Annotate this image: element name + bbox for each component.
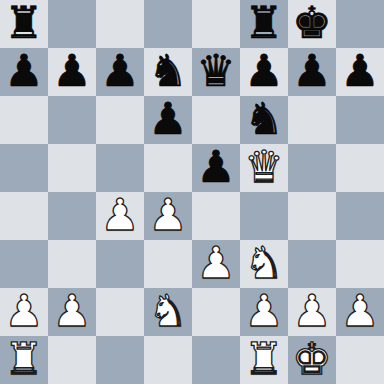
square-h3[interactable] (336, 240, 384, 288)
square-d4[interactable]: ♟ (144, 192, 192, 240)
square-d8[interactable] (144, 0, 192, 48)
black-knight-piece[interactable]: ♞ (148, 48, 187, 95)
square-f3[interactable]: ♞ (240, 240, 288, 288)
square-e8[interactable] (192, 0, 240, 48)
square-b6[interactable] (48, 96, 96, 144)
black-pawn-piece[interactable]: ♟ (4, 48, 43, 95)
square-b1[interactable] (48, 336, 96, 384)
square-f6[interactable]: ♞ (240, 96, 288, 144)
square-d7[interactable]: ♞ (144, 48, 192, 96)
square-h1[interactable] (336, 336, 384, 384)
square-f8[interactable]: ♜ (240, 0, 288, 48)
square-h5[interactable] (336, 144, 384, 192)
square-a3[interactable] (0, 240, 48, 288)
square-e5[interactable]: ♟ (192, 144, 240, 192)
white-pawn-piece[interactable]: ♟ (148, 192, 187, 239)
square-g6[interactable] (288, 96, 336, 144)
square-a5[interactable] (0, 144, 48, 192)
white-pawn-piece[interactable]: ♟ (196, 240, 235, 287)
chess-board: ♜♜♚♟♟♟♞♛♟♟♟♟♞♟♛♟♟♟♞♟♟♞♟♟♟♜♜♚ (0, 0, 384, 384)
square-f1[interactable]: ♜ (240, 336, 288, 384)
square-c4[interactable]: ♟ (96, 192, 144, 240)
square-g3[interactable] (288, 240, 336, 288)
white-rook-piece[interactable]: ♜ (4, 336, 43, 383)
square-a2[interactable]: ♟ (0, 288, 48, 336)
black-pawn-piece[interactable]: ♟ (340, 48, 379, 95)
square-e6[interactable] (192, 96, 240, 144)
square-d6[interactable]: ♟ (144, 96, 192, 144)
white-pawn-piece[interactable]: ♟ (292, 288, 331, 335)
square-g7[interactable]: ♟ (288, 48, 336, 96)
square-a4[interactable] (0, 192, 48, 240)
black-rook-piece[interactable]: ♜ (4, 0, 43, 47)
square-f4[interactable] (240, 192, 288, 240)
square-h7[interactable]: ♟ (336, 48, 384, 96)
black-queen-piece[interactable]: ♛ (196, 48, 235, 95)
black-pawn-piece[interactable]: ♟ (196, 144, 235, 191)
square-c8[interactable] (96, 0, 144, 48)
square-b5[interactable] (48, 144, 96, 192)
square-h6[interactable] (336, 96, 384, 144)
white-queen-piece[interactable]: ♛ (244, 144, 283, 191)
square-a7[interactable]: ♟ (0, 48, 48, 96)
square-f5[interactable]: ♛ (240, 144, 288, 192)
black-pawn-piece[interactable]: ♟ (148, 96, 187, 143)
black-pawn-piece[interactable]: ♟ (244, 48, 283, 95)
square-d2[interactable]: ♞ (144, 288, 192, 336)
black-king-piece[interactable]: ♚ (292, 0, 331, 47)
white-rook-piece[interactable]: ♜ (244, 336, 283, 383)
white-pawn-piece[interactable]: ♟ (4, 288, 43, 335)
square-g8[interactable]: ♚ (288, 0, 336, 48)
square-g5[interactable] (288, 144, 336, 192)
square-c7[interactable]: ♟ (96, 48, 144, 96)
square-b3[interactable] (48, 240, 96, 288)
white-knight-piece[interactable]: ♞ (148, 288, 187, 335)
square-h2[interactable]: ♟ (336, 288, 384, 336)
square-c5[interactable] (96, 144, 144, 192)
square-a8[interactable]: ♜ (0, 0, 48, 48)
square-g4[interactable] (288, 192, 336, 240)
square-d1[interactable] (144, 336, 192, 384)
square-d3[interactable] (144, 240, 192, 288)
square-b8[interactable] (48, 0, 96, 48)
square-h8[interactable] (336, 0, 384, 48)
white-king-piece[interactable]: ♚ (292, 336, 331, 383)
white-pawn-piece[interactable]: ♟ (340, 288, 379, 335)
square-b2[interactable]: ♟ (48, 288, 96, 336)
square-b4[interactable] (48, 192, 96, 240)
black-rook-piece[interactable]: ♜ (244, 0, 283, 47)
square-c2[interactable] (96, 288, 144, 336)
black-pawn-piece[interactable]: ♟ (52, 48, 91, 95)
square-e4[interactable] (192, 192, 240, 240)
black-knight-piece[interactable]: ♞ (244, 96, 283, 143)
square-c6[interactable] (96, 96, 144, 144)
square-b7[interactable]: ♟ (48, 48, 96, 96)
square-h4[interactable] (336, 192, 384, 240)
white-pawn-piece[interactable]: ♟ (100, 192, 139, 239)
square-a1[interactable]: ♜ (0, 336, 48, 384)
black-pawn-piece[interactable]: ♟ (100, 48, 139, 95)
square-a6[interactable] (0, 96, 48, 144)
white-knight-piece[interactable]: ♞ (244, 240, 283, 287)
black-pawn-piece[interactable]: ♟ (292, 48, 331, 95)
square-e2[interactable] (192, 288, 240, 336)
square-f7[interactable]: ♟ (240, 48, 288, 96)
white-pawn-piece[interactable]: ♟ (244, 288, 283, 335)
square-c3[interactable] (96, 240, 144, 288)
white-pawn-piece[interactable]: ♟ (52, 288, 91, 335)
square-g2[interactable]: ♟ (288, 288, 336, 336)
square-e7[interactable]: ♛ (192, 48, 240, 96)
square-f2[interactable]: ♟ (240, 288, 288, 336)
square-g1[interactable]: ♚ (288, 336, 336, 384)
square-c1[interactable] (96, 336, 144, 384)
square-d5[interactable] (144, 144, 192, 192)
square-e3[interactable]: ♟ (192, 240, 240, 288)
square-e1[interactable] (192, 336, 240, 384)
